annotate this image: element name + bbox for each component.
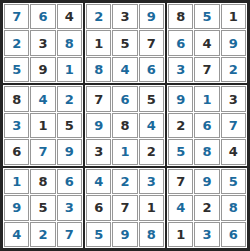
cell-r4c1[interactable]: 8	[4, 86, 29, 111]
block-8: 423671598	[84, 167, 166, 249]
cell-r2c1[interactable]: 2	[4, 30, 29, 55]
cell-r2c7[interactable]: 6	[168, 30, 193, 55]
cell-r8c5[interactable]: 7	[112, 195, 137, 220]
cell-r5c5[interactable]: 8	[112, 113, 137, 138]
cell-r7c6[interactable]: 3	[139, 169, 164, 194]
cell-r3c9[interactable]: 2	[221, 57, 246, 82]
cell-r5c4[interactable]: 9	[86, 113, 111, 138]
cell-r7c7[interactable]: 7	[168, 169, 193, 194]
cell-r5c9[interactable]: 7	[221, 113, 246, 138]
cell-r7c2[interactable]: 8	[30, 169, 55, 194]
cell-r8c7[interactable]: 4	[168, 195, 193, 220]
cell-r1c4[interactable]: 2	[86, 4, 111, 29]
cell-r4c6[interactable]: 5	[139, 86, 164, 111]
cell-r3c8[interactable]: 7	[194, 57, 219, 82]
cell-r8c1[interactable]: 9	[4, 195, 29, 220]
cell-r6c7[interactable]: 5	[168, 139, 193, 164]
block-5: 765984312	[84, 84, 166, 166]
cell-r9c7[interactable]: 1	[168, 222, 193, 247]
cell-r7c8[interactable]: 9	[194, 169, 219, 194]
cell-r9c3[interactable]: 7	[57, 222, 82, 247]
cell-r2c8[interactable]: 4	[194, 30, 219, 55]
cell-r5c1[interactable]: 3	[4, 113, 29, 138]
cell-r3c2[interactable]: 9	[30, 57, 55, 82]
cell-r3c3[interactable]: 1	[57, 57, 82, 82]
cell-r4c4[interactable]: 7	[86, 86, 111, 111]
cell-r6c3[interactable]: 9	[57, 139, 82, 164]
cell-r3c1[interactable]: 5	[4, 57, 29, 82]
cell-r7c5[interactable]: 2	[112, 169, 137, 194]
cell-r6c2[interactable]: 7	[30, 139, 55, 164]
cell-r3c5[interactable]: 4	[112, 57, 137, 82]
block-3: 851649372	[166, 2, 248, 84]
cell-r9c1[interactable]: 4	[4, 222, 29, 247]
cell-r9c8[interactable]: 3	[194, 222, 219, 247]
cell-r1c8[interactable]: 5	[194, 4, 219, 29]
cell-r2c5[interactable]: 5	[112, 30, 137, 55]
cell-r3c6[interactable]: 6	[139, 57, 164, 82]
cell-r2c4[interactable]: 1	[86, 30, 111, 55]
cell-r7c1[interactable]: 1	[4, 169, 29, 194]
cell-r4c2[interactable]: 4	[30, 86, 55, 111]
cell-r8c3[interactable]: 3	[57, 195, 82, 220]
cell-r5c2[interactable]: 1	[30, 113, 55, 138]
cell-r5c3[interactable]: 5	[57, 113, 82, 138]
cell-r1c5[interactable]: 3	[112, 4, 137, 29]
cell-r8c4[interactable]: 6	[86, 195, 111, 220]
cell-r9c2[interactable]: 2	[30, 222, 55, 247]
block-1: 764238591	[2, 2, 84, 84]
cell-r4c8[interactable]: 1	[194, 86, 219, 111]
cell-r6c6[interactable]: 2	[139, 139, 164, 164]
cell-r5c7[interactable]: 2	[168, 113, 193, 138]
cell-r7c3[interactable]: 6	[57, 169, 82, 194]
block-4: 842315679	[2, 84, 84, 166]
cell-r9c6[interactable]: 8	[139, 222, 164, 247]
sudoku-board: 7642385912391578468516493728423156797659…	[0, 0, 250, 251]
cell-r2c6[interactable]: 7	[139, 30, 164, 55]
cell-r2c3[interactable]: 8	[57, 30, 82, 55]
cell-r4c7[interactable]: 9	[168, 86, 193, 111]
cell-r8c6[interactable]: 1	[139, 195, 164, 220]
cell-r4c3[interactable]: 2	[57, 86, 82, 111]
cell-r9c9[interactable]: 6	[221, 222, 246, 247]
cell-r6c5[interactable]: 1	[112, 139, 137, 164]
block-9: 795428136	[166, 167, 248, 249]
cell-r8c9[interactable]: 8	[221, 195, 246, 220]
block-7: 186953427	[2, 167, 84, 249]
cell-r6c4[interactable]: 3	[86, 139, 111, 164]
cell-r2c9[interactable]: 9	[221, 30, 246, 55]
cell-r8c8[interactable]: 2	[194, 195, 219, 220]
cell-r6c8[interactable]: 8	[194, 139, 219, 164]
cell-r1c2[interactable]: 6	[30, 4, 55, 29]
block-2: 239157846	[84, 2, 166, 84]
cell-r4c5[interactable]: 6	[112, 86, 137, 111]
block-6: 913267584	[166, 84, 248, 166]
cell-r9c4[interactable]: 5	[86, 222, 111, 247]
cell-r6c9[interactable]: 4	[221, 139, 246, 164]
cell-r7c4[interactable]: 4	[86, 169, 111, 194]
cell-r1c1[interactable]: 7	[4, 4, 29, 29]
cell-r3c4[interactable]: 8	[86, 57, 111, 82]
cell-r1c3[interactable]: 4	[57, 4, 82, 29]
cell-r5c6[interactable]: 4	[139, 113, 164, 138]
cell-r1c9[interactable]: 1	[221, 4, 246, 29]
cell-r1c6[interactable]: 9	[139, 4, 164, 29]
cell-r8c2[interactable]: 5	[30, 195, 55, 220]
cell-r2c2[interactable]: 3	[30, 30, 55, 55]
cell-r1c7[interactable]: 8	[168, 4, 193, 29]
cell-r4c9[interactable]: 3	[221, 86, 246, 111]
cell-r5c8[interactable]: 6	[194, 113, 219, 138]
cell-r7c9[interactable]: 5	[221, 169, 246, 194]
cell-r3c7[interactable]: 3	[168, 57, 193, 82]
cell-r9c5[interactable]: 9	[112, 222, 137, 247]
cell-r6c1[interactable]: 6	[4, 139, 29, 164]
